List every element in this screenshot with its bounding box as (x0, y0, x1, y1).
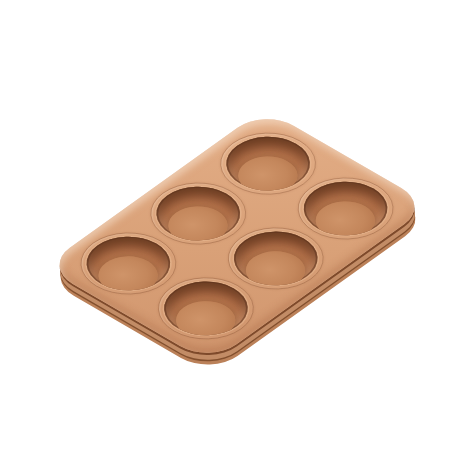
photo-canvas (0, 0, 470, 470)
muffin-pan (43, 109, 431, 364)
cup-grid (43, 109, 431, 364)
